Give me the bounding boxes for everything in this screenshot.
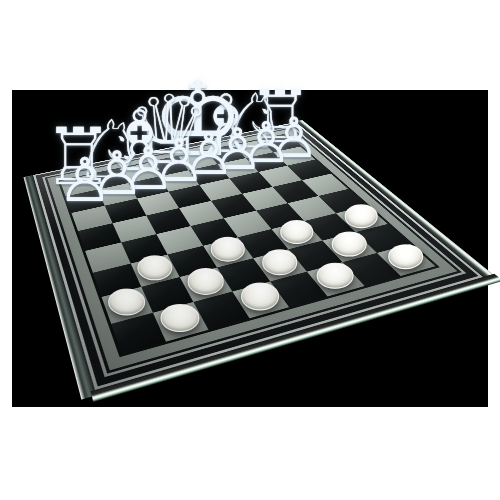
product-photo: ♖♘♗♕♔♗♘♖♙♙♙♙♙♙♙♙ bbox=[0, 0, 500, 500]
